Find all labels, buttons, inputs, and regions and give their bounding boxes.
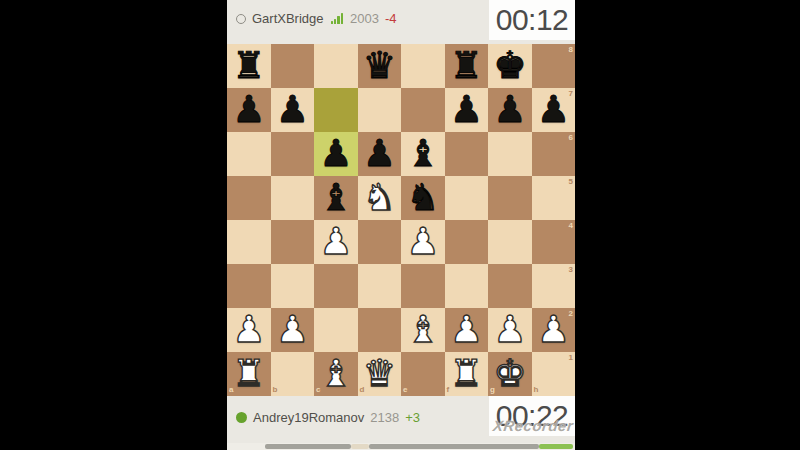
progress-segment-2 — [351, 444, 369, 449]
square-g6[interactable] — [488, 132, 532, 176]
square-a5[interactable] — [227, 176, 271, 220]
square-f5[interactable] — [445, 176, 489, 220]
square-a1[interactable]: ♜a — [227, 352, 271, 396]
black-rook[interactable]: ♜ — [450, 47, 483, 84]
square-f3[interactable] — [445, 264, 489, 308]
black-pawn[interactable]: ♟ — [363, 135, 396, 172]
square-c4[interactable]: ♟ — [314, 220, 358, 264]
rank-label-2: 2 — [569, 310, 573, 318]
square-d3[interactable] — [358, 264, 402, 308]
square-e6[interactable]: ♝ — [401, 132, 445, 176]
square-f7[interactable]: ♟ — [445, 88, 489, 132]
black-pawn[interactable]: ♟ — [537, 91, 570, 128]
black-pawn[interactable]: ♟ — [450, 91, 483, 128]
square-d4[interactable] — [358, 220, 402, 264]
black-bishop[interactable]: ♝ — [406, 135, 439, 172]
square-f8[interactable]: ♜ — [445, 44, 489, 88]
black-knight[interactable]: ♞ — [406, 179, 439, 216]
square-a6[interactable] — [227, 132, 271, 176]
square-c6[interactable]: ♟ — [314, 132, 358, 176]
square-g5[interactable] — [488, 176, 532, 220]
recorder-progress-bar — [227, 443, 575, 450]
square-f2[interactable]: ♟ — [445, 308, 489, 352]
square-h5[interactable]: 5 — [532, 176, 576, 220]
white-pawn[interactable]: ♟ — [276, 311, 309, 348]
square-a7[interactable]: ♟ — [227, 88, 271, 132]
square-d2[interactable] — [358, 308, 402, 352]
white-king[interactable]: ♚ — [493, 355, 526, 392]
bottom-player-info[interactable]: Andrey19Romanov 2138 +3 — [236, 410, 420, 425]
square-c1[interactable]: ♝c — [314, 352, 358, 396]
square-c2[interactable] — [314, 308, 358, 352]
square-f4[interactable] — [445, 220, 489, 264]
square-e4[interactable]: ♟ — [401, 220, 445, 264]
top-player-rating-diff: -4 — [385, 11, 397, 26]
square-e2[interactable]: ♝ — [401, 308, 445, 352]
square-b3[interactable] — [271, 264, 315, 308]
rank-label-8: 8 — [569, 46, 573, 54]
square-d6[interactable]: ♟ — [358, 132, 402, 176]
square-h3[interactable]: 3 — [532, 264, 576, 308]
square-a8[interactable]: ♜ — [227, 44, 271, 88]
top-player-rating: 2003 — [350, 11, 379, 26]
rank-label-4: 4 — [569, 222, 573, 230]
file-label-a: a — [229, 386, 233, 394]
file-label-h: h — [534, 386, 539, 394]
bottom-player-rating-diff: +3 — [405, 410, 420, 425]
square-h6[interactable]: 6 — [532, 132, 576, 176]
square-h4[interactable]: 4 — [532, 220, 576, 264]
square-a2[interactable]: ♟ — [227, 308, 271, 352]
square-c8[interactable] — [314, 44, 358, 88]
black-rook[interactable]: ♜ — [232, 47, 265, 84]
progress-segment-3 — [369, 444, 539, 449]
square-b6[interactable] — [271, 132, 315, 176]
white-rook[interactable]: ♜ — [232, 355, 265, 392]
rank-label-1: 1 — [569, 354, 573, 362]
square-b2[interactable]: ♟ — [271, 308, 315, 352]
square-b5[interactable] — [271, 176, 315, 220]
square-g4[interactable] — [488, 220, 532, 264]
square-g1[interactable]: ♚g — [488, 352, 532, 396]
square-d1[interactable]: ♛d — [358, 352, 402, 396]
progress-segment-1 — [265, 444, 351, 449]
signal-bars-icon — [331, 13, 344, 24]
square-f1[interactable]: ♜f — [445, 352, 489, 396]
top-player-bar: GartXBridge 2003 -4 00:12 — [227, 0, 575, 44]
square-d8[interactable]: ♛ — [358, 44, 402, 88]
black-pawn[interactable]: ♟ — [319, 135, 352, 172]
square-g3[interactable] — [488, 264, 532, 308]
bottom-player-rating: 2138 — [370, 410, 399, 425]
square-b4[interactable] — [271, 220, 315, 264]
online-status-dot-icon — [236, 412, 247, 423]
square-g7[interactable]: ♟ — [488, 88, 532, 132]
rank-label-6: 6 — [569, 134, 573, 142]
file-label-e: e — [403, 386, 407, 394]
white-queen[interactable]: ♛ — [363, 355, 396, 392]
square-b7[interactable]: ♟ — [271, 88, 315, 132]
square-b1[interactable]: b — [271, 352, 315, 396]
black-pawn[interactable]: ♟ — [276, 91, 309, 128]
square-d7[interactable] — [358, 88, 402, 132]
square-e8[interactable] — [401, 44, 445, 88]
white-pawn[interactable]: ♟ — [450, 311, 483, 348]
square-g2[interactable]: ♟ — [488, 308, 532, 352]
white-rook[interactable]: ♜ — [450, 355, 483, 392]
offline-status-circle-icon — [236, 14, 246, 24]
file-label-b: b — [273, 386, 278, 394]
square-h8[interactable]: 8 — [532, 44, 576, 88]
file-label-c: c — [316, 386, 320, 394]
top-player-name: GartXBridge — [252, 11, 324, 26]
rank-label-3: 3 — [569, 266, 573, 274]
square-c3[interactable] — [314, 264, 358, 308]
white-bishop[interactable]: ♝ — [406, 311, 439, 348]
bottom-player-name: Andrey19Romanov — [253, 410, 364, 425]
file-label-g: g — [490, 386, 495, 394]
rank-label-5: 5 — [569, 178, 573, 186]
square-e1[interactable]: e — [401, 352, 445, 396]
white-knight[interactable]: ♞ — [363, 179, 396, 216]
white-pawn[interactable]: ♟ — [493, 311, 526, 348]
white-pawn[interactable]: ♟ — [319, 223, 352, 260]
square-d5[interactable]: ♞ — [358, 176, 402, 220]
white-pawn[interactable]: ♟ — [537, 311, 570, 348]
square-e5[interactable]: ♞ — [401, 176, 445, 220]
progress-segment-4 — [539, 444, 573, 449]
square-h1[interactable]: 1h — [532, 352, 576, 396]
square-a4[interactable] — [227, 220, 271, 264]
square-e3[interactable] — [401, 264, 445, 308]
top-player-info[interactable]: GartXBridge 2003 -4 — [236, 11, 397, 26]
xrecorder-watermark: XRecorder — [492, 417, 574, 434]
square-h7[interactable]: ♟7 — [532, 88, 576, 132]
square-c7[interactable] — [314, 88, 358, 132]
file-label-f: f — [447, 386, 450, 394]
square-b8[interactable] — [271, 44, 315, 88]
white-pawn[interactable]: ♟ — [232, 311, 265, 348]
square-h2[interactable]: ♟2 — [532, 308, 576, 352]
white-bishop[interactable]: ♝ — [319, 355, 352, 392]
chess-board[interactable]: ♜♛♜♚8♟♟♟♟♟7♟♟♝6♝♞♞5♟♟43♟♟♝♟♟♟2♜ab♝c♛de♜f… — [227, 44, 575, 396]
black-bishop[interactable]: ♝ — [319, 179, 352, 216]
square-a3[interactable] — [227, 264, 271, 308]
black-king[interactable]: ♚ — [493, 47, 526, 84]
black-pawn[interactable]: ♟ — [493, 91, 526, 128]
square-g8[interactable]: ♚ — [488, 44, 532, 88]
file-label-d: d — [360, 386, 365, 394]
black-pawn[interactable]: ♟ — [232, 91, 265, 128]
square-c5[interactable]: ♝ — [314, 176, 358, 220]
black-queen[interactable]: ♛ — [363, 47, 396, 84]
rank-label-7: 7 — [569, 90, 573, 98]
white-pawn[interactable]: ♟ — [406, 223, 439, 260]
chess-app: GartXBridge 2003 -4 00:12 ♜♛♜♚8♟♟♟♟♟7♟♟♝… — [227, 0, 575, 450]
top-player-clock: 00:12 — [489, 0, 575, 40]
square-e7[interactable] — [401, 88, 445, 132]
square-f6[interactable] — [445, 132, 489, 176]
